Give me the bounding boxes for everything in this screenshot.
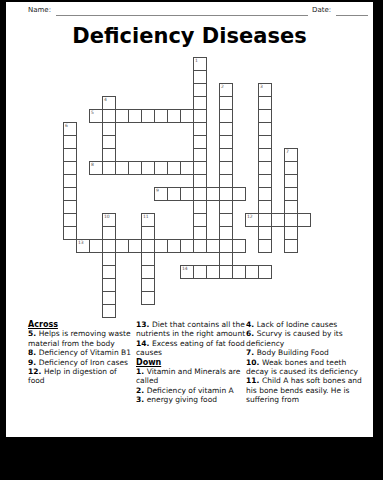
grid-cell[interactable] bbox=[232, 265, 246, 279]
grid-cell[interactable] bbox=[102, 161, 116, 175]
grid-cell[interactable] bbox=[141, 161, 155, 175]
clue-item: 4. Lack of Iodine causes bbox=[246, 320, 370, 329]
clue-number: 5 bbox=[91, 110, 94, 115]
clue-item: 6. Scurvy is caused by its deficiency bbox=[246, 329, 370, 348]
grid-cell[interactable] bbox=[141, 109, 155, 123]
clue-number: 12 bbox=[247, 214, 253, 219]
grid-cell[interactable] bbox=[102, 252, 116, 266]
clue-number: 14 bbox=[182, 266, 188, 271]
clue-item-number: 11. bbox=[246, 376, 262, 385]
grid-cell[interactable] bbox=[284, 161, 298, 175]
grid-cell[interactable] bbox=[219, 252, 233, 266]
clue-item: 11. Child A has soft bones and his bone … bbox=[246, 376, 370, 404]
grid-cell[interactable] bbox=[141, 226, 155, 240]
grid-cell[interactable] bbox=[63, 161, 77, 175]
grid-cell[interactable] bbox=[219, 213, 233, 227]
grid-cell[interactable] bbox=[219, 96, 233, 110]
grid-cell[interactable]: 13 bbox=[76, 239, 90, 253]
grid-cell[interactable] bbox=[141, 278, 155, 292]
grid-cell[interactable] bbox=[63, 226, 77, 240]
grid-cell[interactable] bbox=[284, 213, 298, 227]
grid-cell[interactable] bbox=[141, 265, 155, 279]
grid-cell[interactable] bbox=[219, 148, 233, 162]
grid-cell[interactable] bbox=[193, 200, 207, 214]
grid-cell[interactable] bbox=[193, 226, 207, 240]
clue-number: 2 bbox=[221, 84, 224, 89]
clue-item-number: 8. bbox=[28, 348, 39, 357]
clue-item: 14. Excess eating of fat food causes bbox=[136, 339, 248, 358]
grid-cell[interactable] bbox=[193, 70, 207, 84]
name-blank-line[interactable] bbox=[56, 7, 308, 16]
grid-cell[interactable] bbox=[167, 187, 181, 201]
grid-cell[interactable] bbox=[258, 200, 272, 214]
grid-cell[interactable] bbox=[102, 109, 116, 123]
grid-cell[interactable] bbox=[102, 239, 116, 253]
grid-cell[interactable] bbox=[193, 239, 207, 253]
grid-cell[interactable] bbox=[258, 174, 272, 188]
grid-cell[interactable] bbox=[284, 174, 298, 188]
grid-cell[interactable]: 10 bbox=[102, 213, 116, 227]
grid-cell[interactable] bbox=[115, 161, 129, 175]
clue-section-header: Down bbox=[136, 358, 248, 367]
clue-item-number: 2. bbox=[136, 386, 147, 395]
clue-section-header: Across bbox=[28, 320, 134, 329]
clue-item-number: 10. bbox=[246, 358, 262, 367]
grid-cell[interactable]: 6 bbox=[63, 122, 77, 136]
grid-cell[interactable] bbox=[180, 239, 194, 253]
grid-cell[interactable] bbox=[141, 239, 155, 253]
grid-cell[interactable] bbox=[245, 265, 259, 279]
grid-cell[interactable]: 2 bbox=[219, 83, 233, 97]
grid-cell[interactable] bbox=[167, 161, 181, 175]
grid-cell[interactable] bbox=[102, 291, 116, 305]
clue-item: 1. Vitamin and Minerals are called bbox=[136, 367, 248, 386]
grid-cell[interactable] bbox=[258, 265, 272, 279]
clue-number: 13 bbox=[78, 240, 84, 245]
clue-number: 1 bbox=[195, 58, 198, 63]
grid-cell[interactable]: 14 bbox=[180, 265, 194, 279]
grid-cell[interactable] bbox=[232, 187, 246, 201]
clue-number: 11 bbox=[143, 214, 149, 219]
crossword-grid: 1234567891011121314 bbox=[63, 57, 312, 319]
grid-cell[interactable] bbox=[167, 109, 181, 123]
grid-cell[interactable] bbox=[284, 226, 298, 240]
clue-item-number: 3. bbox=[136, 395, 147, 404]
clue-item: 3. energy giving food bbox=[136, 395, 248, 404]
clue-item-number: 14. bbox=[136, 339, 152, 348]
grid-cell[interactable]: 12 bbox=[245, 213, 259, 227]
grid-cell[interactable] bbox=[193, 187, 207, 201]
grid-cell[interactable] bbox=[128, 239, 142, 253]
grid-cell[interactable] bbox=[180, 187, 194, 201]
grid-cell[interactable] bbox=[102, 304, 116, 318]
grid-cell[interactable] bbox=[102, 265, 116, 279]
grid-cell[interactable] bbox=[219, 122, 233, 136]
grid-cell[interactable] bbox=[63, 174, 77, 188]
grid-cell[interactable] bbox=[271, 213, 285, 227]
name-label: Name: bbox=[28, 6, 51, 14]
grid-cell[interactable]: 5 bbox=[89, 109, 103, 123]
worksheet-page: Name: Date: Deficiency Diseases 12345678… bbox=[6, 2, 373, 437]
clue-item-number: 12. bbox=[28, 367, 44, 376]
clue-number: 6 bbox=[65, 123, 68, 128]
clue-item: 13. Diet that contains all the nutrients… bbox=[136, 320, 248, 339]
clue-number: 4 bbox=[104, 97, 107, 102]
clue-column: 4. Lack of Iodine causes6. Scurvy is cau… bbox=[246, 320, 370, 405]
grid-cell[interactable] bbox=[193, 161, 207, 175]
clue-column: Across5. Helps is removing waste materia… bbox=[28, 320, 134, 386]
grid-cell[interactable] bbox=[193, 96, 207, 110]
grid-cell[interactable] bbox=[102, 226, 116, 240]
grid-cell[interactable] bbox=[284, 187, 298, 201]
grid-cell[interactable] bbox=[193, 83, 207, 97]
grid-cell[interactable] bbox=[258, 213, 272, 227]
grid-cell[interactable] bbox=[219, 239, 233, 253]
grid-cell[interactable] bbox=[219, 109, 233, 123]
page-title: Deficiency Diseases bbox=[6, 24, 373, 48]
grid-cell[interactable] bbox=[102, 135, 116, 149]
grid-cell[interactable] bbox=[63, 200, 77, 214]
grid-cell[interactable] bbox=[128, 161, 142, 175]
grid-cell[interactable] bbox=[219, 265, 233, 279]
grid-cell[interactable] bbox=[219, 200, 233, 214]
grid-cell[interactable]: 9 bbox=[154, 187, 168, 201]
grid-cell[interactable] bbox=[63, 148, 77, 162]
grid-cell[interactable] bbox=[258, 135, 272, 149]
grid-cell[interactable] bbox=[284, 239, 298, 253]
grid-cell[interactable] bbox=[206, 265, 220, 279]
clue-item: 10. Weak bones and teeth decay is caused… bbox=[246, 358, 370, 377]
grid-cell[interactable] bbox=[219, 174, 233, 188]
clue-number: 7 bbox=[286, 149, 289, 154]
grid-cell[interactable] bbox=[219, 187, 233, 201]
grid-cell[interactable] bbox=[193, 213, 207, 227]
grid-cell[interactable] bbox=[154, 109, 168, 123]
clue-number: 8 bbox=[91, 162, 94, 167]
grid-cell[interactable] bbox=[258, 239, 272, 253]
clue-number: 10 bbox=[104, 214, 110, 219]
clue-item: 2. Deficiency of vitamin A bbox=[136, 386, 248, 395]
date-blank-line[interactable] bbox=[336, 7, 368, 16]
grid-cell[interactable] bbox=[141, 291, 155, 305]
grid-cell[interactable] bbox=[297, 213, 311, 227]
grid-cell[interactable] bbox=[102, 278, 116, 292]
grid-cell[interactable] bbox=[219, 226, 233, 240]
clue-item: 9. Deficiency of Iron cases bbox=[28, 358, 134, 367]
grid-cell[interactable]: 8 bbox=[89, 161, 103, 175]
grid-cell[interactable] bbox=[258, 122, 272, 136]
grid-cell[interactable] bbox=[180, 161, 194, 175]
grid-cell[interactable] bbox=[193, 122, 207, 136]
clue-column: 13. Diet that contains all the nutrients… bbox=[136, 320, 248, 405]
grid-cell[interactable] bbox=[63, 187, 77, 201]
grid-cell[interactable] bbox=[102, 122, 116, 136]
grid-cell[interactable] bbox=[128, 109, 142, 123]
grid-cell[interactable]: 7 bbox=[284, 148, 298, 162]
grid-cell[interactable] bbox=[206, 187, 220, 201]
clue-item: 7. Body Building Food bbox=[246, 348, 370, 357]
grid-cell[interactable]: 1 bbox=[193, 57, 207, 71]
grid-cell[interactable] bbox=[154, 239, 168, 253]
grid-cell[interactable] bbox=[154, 161, 168, 175]
grid-cell[interactable] bbox=[284, 200, 298, 214]
grid-cell[interactable]: 4 bbox=[102, 96, 116, 110]
grid-cell[interactable]: 3 bbox=[258, 83, 272, 97]
grid-cell[interactable] bbox=[219, 161, 233, 175]
grid-cell[interactable] bbox=[258, 161, 272, 175]
grid-cell[interactable] bbox=[115, 239, 129, 253]
grid-cell[interactable] bbox=[102, 148, 116, 162]
grid-cell[interactable] bbox=[258, 187, 272, 201]
grid-cell[interactable] bbox=[258, 96, 272, 110]
grid-cell[interactable] bbox=[193, 148, 207, 162]
grid-cell[interactable] bbox=[232, 239, 246, 253]
grid-cell[interactable] bbox=[193, 174, 207, 188]
clue-item-number: 1. bbox=[136, 367, 147, 376]
grid-cell[interactable] bbox=[193, 135, 207, 149]
clue-item: 8. Deficiency of Vitamin B1 bbox=[28, 348, 134, 357]
grid-cell[interactable] bbox=[89, 239, 103, 253]
clue-item-number: 13. bbox=[136, 320, 152, 329]
grid-cell[interactable] bbox=[193, 265, 207, 279]
grid-cell[interactable] bbox=[206, 239, 220, 253]
clue-item-number: 4. bbox=[246, 320, 257, 329]
clue-item: 5. Helps is removing waste material from… bbox=[28, 329, 134, 348]
grid-cell[interactable] bbox=[193, 109, 207, 123]
grid-cell[interactable] bbox=[63, 213, 77, 227]
grid-cell[interactable] bbox=[180, 109, 194, 123]
grid-cell[interactable]: 11 bbox=[141, 213, 155, 227]
grid-cell[interactable] bbox=[115, 109, 129, 123]
clue-number: 3 bbox=[260, 84, 263, 89]
grid-cell[interactable] bbox=[167, 239, 181, 253]
clue-item-number: 9. bbox=[28, 358, 39, 367]
grid-cell[interactable] bbox=[258, 226, 272, 240]
clue-item: 12. Help in digestion of food bbox=[28, 367, 134, 386]
clue-number: 9 bbox=[156, 188, 159, 193]
grid-cell[interactable] bbox=[219, 135, 233, 149]
grid-cell[interactable] bbox=[258, 148, 272, 162]
clue-item-number: 5. bbox=[28, 329, 39, 338]
clue-item-number: 6. bbox=[246, 329, 257, 338]
grid-cell[interactable] bbox=[258, 109, 272, 123]
grid-cell[interactable] bbox=[141, 252, 155, 266]
grid-cell[interactable] bbox=[63, 135, 77, 149]
clue-item-number: 7. bbox=[246, 348, 257, 357]
date-label: Date: bbox=[312, 6, 331, 14]
